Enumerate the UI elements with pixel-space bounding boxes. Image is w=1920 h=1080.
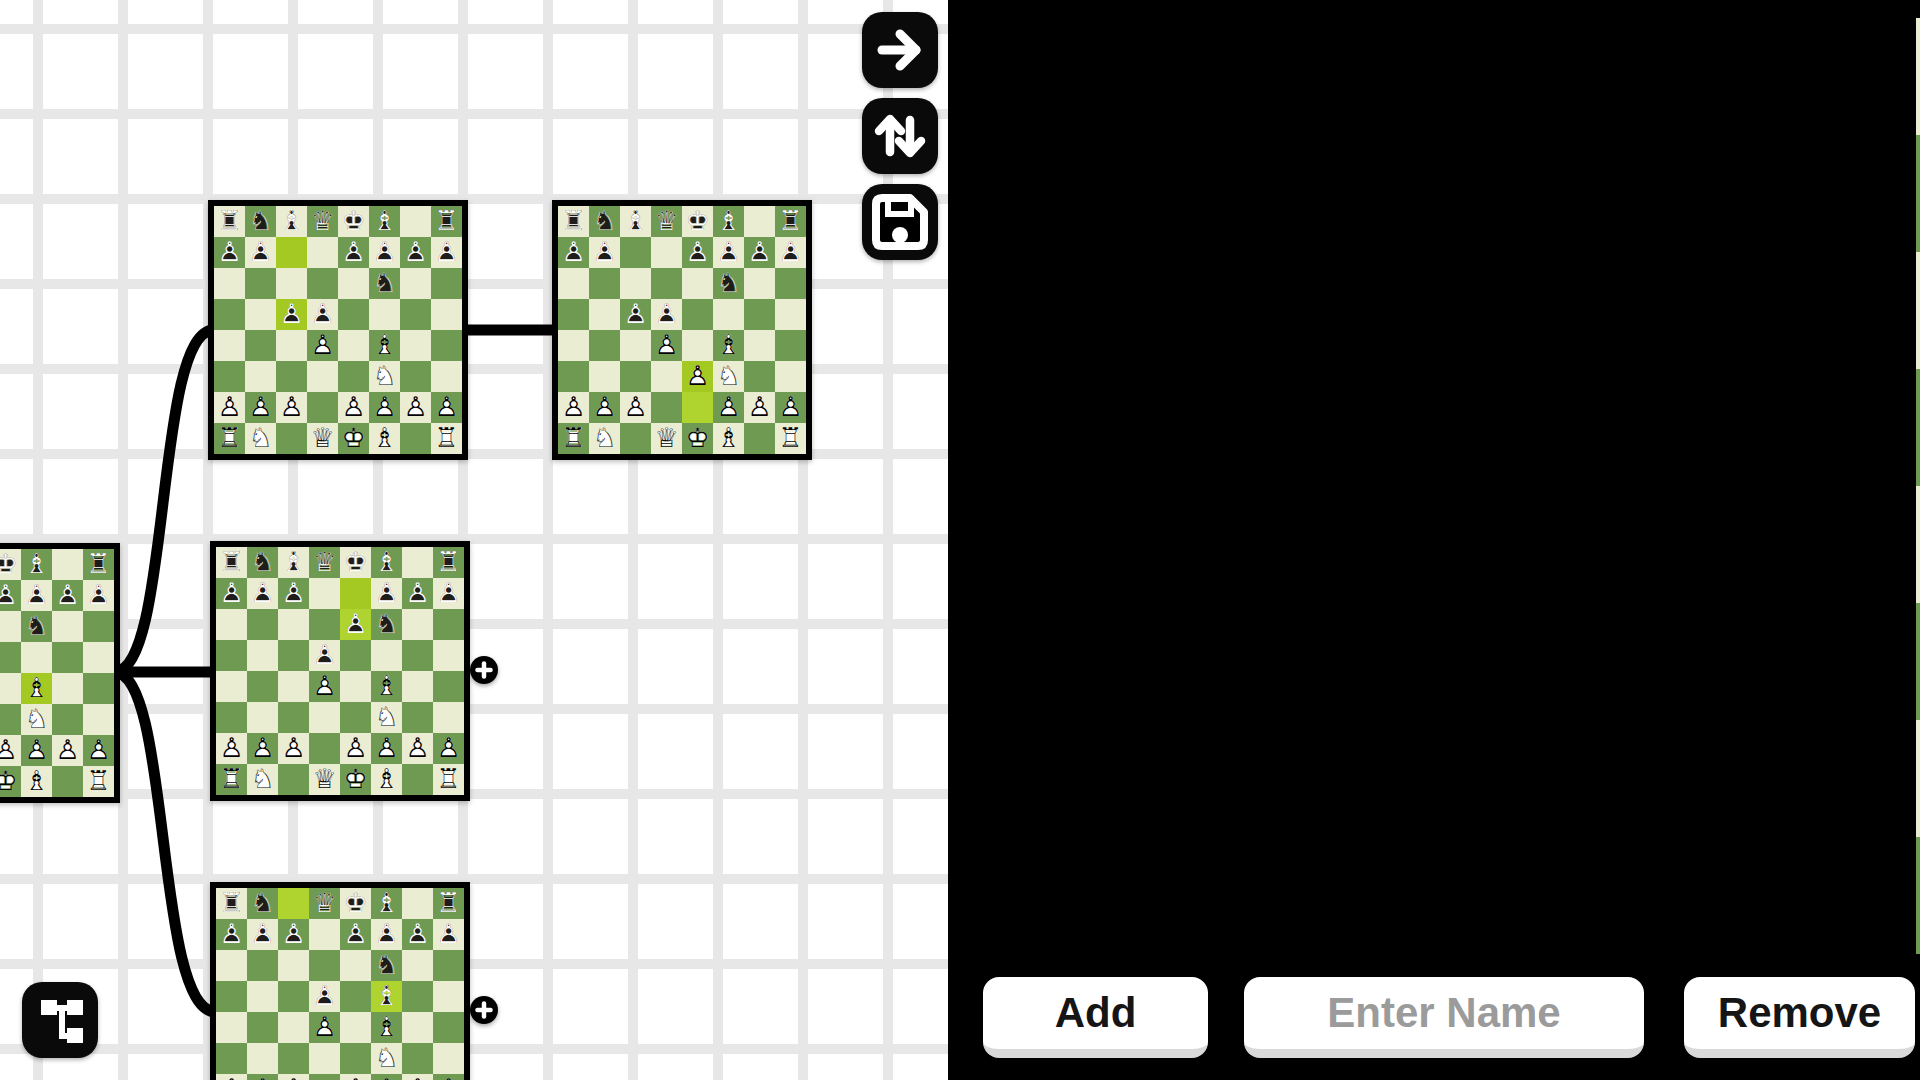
square-e3: ♟♙ (682, 361, 713, 392)
white-pawn-piece: ♟♙ (340, 1074, 371, 1080)
square-a8: ♜♖ (214, 206, 245, 237)
square-d7 (309, 919, 340, 950)
square-d6 (307, 268, 338, 299)
white-queen-piece: ♛♕ (309, 764, 340, 795)
square-d7 (651, 237, 682, 268)
square-f1: ♝♗ (21, 766, 52, 797)
square-a7[interactable]: ♟♙ (1916, 135, 1920, 252)
square-e8: ♚♔ (338, 206, 369, 237)
white-rook-piece: ♜♖ (214, 423, 245, 454)
square-f7: ♟♙ (713, 237, 744, 268)
square-h3 (433, 702, 464, 733)
square-d5: ♟♙ (309, 981, 340, 1012)
square-c3 (620, 361, 651, 392)
square-d8: ♛♕ (651, 206, 682, 237)
square-a4[interactable] (1916, 486, 1920, 603)
board-panel: ♜♖♞♘♝♗♛♕♚♔♝♗♜♖♟♙♟♙♟♙♟♙♟♙♟♙♟♙♞♘♟♙♟♙♝♗♞♘♟♙… (948, 0, 1920, 1080)
square-a5[interactable] (1916, 369, 1920, 486)
square-a4 (216, 671, 247, 702)
tree-node-var-c5-e3[interactable]: ♜♖♞♘♝♗♛♕♚♔♝♗♜♖♟♙♟♙♟♙♟♙♟♙♟♙♞♘♟♙♟♙♟♙♝♗♟♙♞♘… (552, 200, 812, 460)
square-h8: ♜♖ (431, 206, 462, 237)
square-g5 (402, 981, 433, 1012)
black-pawn-piece: ♟♙ (713, 237, 744, 268)
square-b1: ♞♘ (247, 764, 278, 795)
square-f6: ♞♘ (369, 268, 400, 299)
add-variation-button-var-e6[interactable] (470, 656, 498, 684)
square-g1 (400, 423, 431, 454)
black-rook-piece: ♜♖ (558, 206, 589, 237)
square-a8[interactable]: ♜♖ (1916, 18, 1920, 135)
square-h7: ♟♙ (775, 237, 806, 268)
square-e3 (340, 1043, 371, 1074)
square-h6 (775, 268, 806, 299)
white-pawn-piece: ♟♙ (340, 733, 371, 764)
white-pawn-piece: ♟♙ (620, 392, 651, 423)
square-f8: ♝♗ (369, 206, 400, 237)
square-d6 (309, 950, 340, 981)
square-e6 (0, 611, 21, 642)
square-h2: ♟♙ (83, 735, 114, 766)
square-c3 (276, 361, 307, 392)
black-knight-piece: ♞♘ (247, 547, 278, 578)
white-pawn-piece: ♟♙ (651, 330, 682, 361)
black-rook-piece: ♜♖ (214, 206, 245, 237)
white-pawn-piece: ♟♙ (402, 733, 433, 764)
square-h5 (775, 299, 806, 330)
white-pawn-piece: ♟♙ (558, 392, 589, 423)
square-e8: ♚♔ (682, 206, 713, 237)
tree-view-button[interactable] (22, 982, 98, 1058)
square-d6 (309, 609, 340, 640)
black-pawn-piece: ♟♙ (775, 237, 806, 268)
square-c5: ♟♙ (276, 299, 307, 330)
square-c7: ♟♙ (278, 578, 309, 609)
square-b6 (245, 268, 276, 299)
square-b3 (247, 702, 278, 733)
white-pawn-piece: ♟♙ (433, 1074, 464, 1080)
square-b2: ♟♙ (589, 392, 620, 423)
white-knight-piece: ♞♘ (247, 764, 278, 795)
white-pawn-piece: ♟♙ (247, 733, 278, 764)
square-a5 (558, 299, 589, 330)
square-a7: ♟♙ (558, 237, 589, 268)
white-pawn-piece: ♟♙ (682, 361, 713, 392)
black-knight-piece: ♞♘ (247, 888, 278, 919)
white-queen-piece: ♛♕ (651, 423, 682, 454)
square-a6[interactable] (1916, 252, 1920, 369)
square-f3: ♞♘ (369, 361, 400, 392)
square-c2: ♟♙ (278, 733, 309, 764)
tree-node-root[interactable]: ♜♖♞♘♝♗♛♕♚♔♝♗♜♖♟♙♟♙♟♙♟♙♟♙♟♙♟♙♞♘♟♙♟♙♝♗♞♘♟♙… (0, 543, 120, 803)
add-button[interactable]: Add (983, 977, 1208, 1058)
tree-node-var-e6[interactable]: ♜♖♞♘♝♗♛♕♚♔♝♗♜♖♟♙♟♙♟♙♟♙♟♙♟♙♟♙♞♘♟♙♟♙♝♗♞♘♟♙… (210, 541, 470, 801)
white-pawn-piece: ♟♙ (713, 392, 744, 423)
tree-edge-root-var-bf5 (114, 672, 216, 1012)
white-knight-piece: ♞♘ (371, 1043, 402, 1074)
square-f4: ♝♗ (371, 671, 402, 702)
square-c8: ♝♗ (620, 206, 651, 237)
square-f5 (713, 299, 744, 330)
square-g2: ♟♙ (744, 392, 775, 423)
square-d8: ♛♕ (307, 206, 338, 237)
square-e4 (0, 673, 21, 704)
square-e7: ♟♙ (338, 237, 369, 268)
square-b5 (589, 299, 620, 330)
black-pawn-piece: ♟♙ (369, 237, 400, 268)
square-b3 (247, 1043, 278, 1074)
white-king-piece: ♚♔ (0, 766, 21, 797)
square-d5: ♟♙ (651, 299, 682, 330)
black-pawn-piece: ♟♙ (83, 580, 114, 611)
square-g4 (52, 673, 83, 704)
black-queen-piece: ♛♕ (307, 206, 338, 237)
remove-button[interactable]: Remove (1684, 977, 1915, 1058)
white-pawn-piece: ♟♙ (371, 1074, 402, 1080)
black-bishop-piece: ♝♗ (278, 547, 309, 578)
square-a3[interactable] (1916, 603, 1920, 720)
square-e3 (338, 361, 369, 392)
square-f4: ♝♗ (369, 330, 400, 361)
black-pawn-piece: ♟♙ (431, 237, 462, 268)
square-c8: ♝♗ (276, 206, 307, 237)
square-f2: ♟♙ (371, 1074, 402, 1080)
square-h7: ♟♙ (431, 237, 462, 268)
square-f6: ♞♘ (371, 950, 402, 981)
square-a2: ♟♙ (558, 392, 589, 423)
square-g1 (744, 423, 775, 454)
square-g5 (52, 642, 83, 673)
arrows-up-down-icon (862, 98, 938, 174)
square-d2 (309, 1074, 340, 1080)
square-a3 (214, 361, 245, 392)
square-b4 (245, 330, 276, 361)
square-f8: ♝♗ (713, 206, 744, 237)
square-g5 (744, 299, 775, 330)
square-f7: ♟♙ (369, 237, 400, 268)
square-g8 (744, 206, 775, 237)
square-a1: ♜♖ (558, 423, 589, 454)
square-h2: ♟♙ (433, 733, 464, 764)
square-g7: ♟♙ (400, 237, 431, 268)
white-knight-piece: ♞♘ (369, 361, 400, 392)
black-king-piece: ♚♔ (0, 549, 21, 580)
add-variation-button-var-bf5[interactable] (470, 996, 498, 1024)
name-input[interactable] (1244, 977, 1644, 1058)
square-d7 (307, 237, 338, 268)
black-pawn-piece: ♟♙ (278, 578, 309, 609)
square-g2: ♟♙ (52, 735, 83, 766)
square-e7: ♟♙ (0, 580, 21, 611)
square-g3 (52, 704, 83, 735)
square-c5 (278, 640, 309, 671)
swap-orientation-button[interactable] (862, 98, 938, 174)
square-e1: ♚♔ (338, 423, 369, 454)
white-pawn-piece: ♟♙ (216, 1074, 247, 1080)
black-knight-piece: ♞♘ (713, 268, 744, 299)
square-d4: ♟♙ (307, 330, 338, 361)
black-pawn-piece: ♟♙ (0, 580, 21, 611)
square-b7: ♟♙ (589, 237, 620, 268)
square-a6 (558, 268, 589, 299)
white-bishop-piece: ♝♗ (369, 330, 400, 361)
white-rook-piece: ♜♖ (83, 766, 114, 797)
square-e4 (682, 330, 713, 361)
square-c3 (278, 702, 309, 733)
square-a2[interactable]: ♟♙ (1916, 720, 1920, 837)
square-c8 (278, 888, 309, 919)
square-h4 (433, 671, 464, 702)
tree-edge-root-var-c5 (114, 330, 214, 672)
square-g5 (402, 640, 433, 671)
square-e2 (682, 392, 713, 423)
black-pawn-piece: ♟♙ (589, 237, 620, 268)
square-h8: ♜♖ (433, 547, 464, 578)
white-pawn-piece: ♟♙ (369, 392, 400, 423)
square-a2: ♟♙ (216, 733, 247, 764)
square-d1: ♛♕ (651, 423, 682, 454)
square-d5: ♟♙ (309, 640, 340, 671)
white-pawn-piece: ♟♙ (402, 1074, 433, 1080)
square-e8: ♚♔ (340, 547, 371, 578)
white-rook-piece: ♜♖ (1916, 837, 1920, 954)
square-d4: ♟♙ (309, 1012, 340, 1043)
plus-icon (470, 656, 498, 684)
black-pawn-piece: ♟♙ (216, 919, 247, 950)
square-e6 (340, 950, 371, 981)
square-g8 (402, 888, 433, 919)
square-a6 (214, 268, 245, 299)
black-knight-piece: ♞♘ (371, 609, 402, 640)
square-g3 (402, 702, 433, 733)
square-a3 (558, 361, 589, 392)
square-e3 (0, 704, 21, 735)
square-h7: ♟♙ (83, 580, 114, 611)
square-d5: ♟♙ (307, 299, 338, 330)
square-a8: ♜♖ (216, 547, 247, 578)
square-h6 (83, 611, 114, 642)
forward-button[interactable] (862, 12, 938, 88)
square-h6 (433, 609, 464, 640)
app-root: ♜♖♞♘♝♗♛♕♚♔♝♗♜♖♟♙♟♙♟♙♟♙♟♙♟♙♟♙♞♘♟♙♟♙♝♗♞♘♟♙… (0, 0, 1920, 1080)
black-pawn-piece: ♟♙ (338, 237, 369, 268)
square-a5 (216, 981, 247, 1012)
square-c2: ♟♙ (620, 392, 651, 423)
square-e1: ♚♔ (340, 764, 371, 795)
square-f7: ♟♙ (371, 578, 402, 609)
square-b5 (247, 981, 278, 1012)
black-rook-piece: ♜♖ (1916, 18, 1920, 135)
white-king-piece: ♚♔ (682, 423, 713, 454)
square-f1: ♝♗ (369, 423, 400, 454)
square-e8: ♚♔ (0, 549, 21, 580)
black-pawn-piece: ♟♙ (682, 237, 713, 268)
black-pawn-piece: ♟♙ (402, 578, 433, 609)
square-f7: ♟♙ (371, 919, 402, 950)
black-pawn-piece: ♟♙ (1916, 135, 1920, 252)
black-king-piece: ♚♔ (682, 206, 713, 237)
square-c7: ♟♙ (278, 919, 309, 950)
white-bishop-piece: ♝♗ (713, 330, 744, 361)
square-e7 (340, 578, 371, 609)
white-knight-piece: ♞♘ (245, 423, 276, 454)
square-g2: ♟♙ (400, 392, 431, 423)
square-e3 (340, 702, 371, 733)
tree-node-var-bf5[interactable]: ♜♖♞♘♛♕♚♔♝♗♜♖♟♙♟♙♟♙♟♙♟♙♟♙♟♙♞♘♟♙♝♗♟♙♝♗♞♘♟♙… (210, 882, 470, 1080)
square-b7: ♟♙ (247, 919, 278, 950)
white-pawn-piece: ♟♙ (744, 392, 775, 423)
black-pawn-piece: ♟♙ (52, 580, 83, 611)
white-bishop-piece: ♝♗ (369, 423, 400, 454)
square-g4 (744, 330, 775, 361)
square-d2 (307, 392, 338, 423)
floppy-disk-icon (862, 184, 938, 260)
main-board[interactable]: ♜♖♞♘♝♗♛♕♚♔♝♗♜♖♟♙♟♙♟♙♟♙♟♙♟♙♟♙♞♘♟♙♟♙♝♗♞♘♟♙… (1916, 18, 1920, 954)
bottom-bar: Add Remove (948, 954, 1920, 1080)
black-bishop-piece: ♝♗ (21, 549, 52, 580)
square-c5: ♟♙ (620, 299, 651, 330)
white-bishop-piece: ♝♗ (21, 766, 52, 797)
square-d3 (651, 361, 682, 392)
square-a5 (216, 640, 247, 671)
square-c1 (620, 423, 651, 454)
white-pawn-piece: ♟♙ (276, 392, 307, 423)
white-pawn-piece: ♟♙ (278, 1074, 309, 1080)
square-d3 (307, 361, 338, 392)
square-e8: ♚♔ (340, 888, 371, 919)
square-h8: ♜♖ (775, 206, 806, 237)
tree-node-var-c5[interactable]: ♜♖♞♘♝♗♛♕♚♔♝♗♜♖♟♙♟♙♟♙♟♙♟♙♟♙♞♘♟♙♟♙♟♙♝♗♞♘♟♙… (208, 200, 468, 460)
square-e5 (682, 299, 713, 330)
square-g4 (400, 330, 431, 361)
black-rook-piece: ♜♖ (216, 888, 247, 919)
black-knight-piece: ♞♘ (245, 206, 276, 237)
white-pawn-piece: ♟♙ (278, 733, 309, 764)
white-pawn-piece: ♟♙ (307, 330, 338, 361)
square-g1 (52, 766, 83, 797)
square-a3 (216, 702, 247, 733)
square-h1: ♜♖ (433, 764, 464, 795)
black-pawn-piece: ♟♙ (558, 237, 589, 268)
square-h1: ♜♖ (431, 423, 462, 454)
square-e1: ♚♔ (0, 766, 21, 797)
black-knight-piece: ♞♘ (21, 611, 52, 642)
square-d3 (309, 702, 340, 733)
white-pawn-piece: ♟♙ (431, 392, 462, 423)
square-f2: ♟♙ (369, 392, 400, 423)
black-king-piece: ♚♔ (338, 206, 369, 237)
black-pawn-piece: ♟♙ (340, 609, 371, 640)
black-rook-piece: ♜♖ (775, 206, 806, 237)
black-pawn-piece: ♟♙ (309, 981, 340, 1012)
square-h5 (433, 981, 464, 1012)
square-f5: ♝♗ (371, 981, 402, 1012)
square-b1: ♞♘ (589, 423, 620, 454)
white-pawn-piece: ♟♙ (775, 392, 806, 423)
variation-tree-panel: ♜♖♞♘♝♗♛♕♚♔♝♗♜♖♟♙♟♙♟♙♟♙♟♙♟♙♟♙♞♘♟♙♟♙♝♗♞♘♟♙… (0, 0, 948, 1080)
square-h2: ♟♙ (431, 392, 462, 423)
square-a1[interactable]: ♜♖ (1916, 837, 1920, 954)
square-b2: ♟♙ (247, 1074, 278, 1080)
black-pawn-piece: ♟♙ (247, 919, 278, 950)
square-g7: ♟♙ (402, 919, 433, 950)
square-a8: ♜♖ (216, 888, 247, 919)
black-knight-piece: ♞♘ (369, 268, 400, 299)
square-f1: ♝♗ (371, 764, 402, 795)
square-g7: ♟♙ (402, 578, 433, 609)
square-h5 (83, 642, 114, 673)
square-c4 (620, 330, 651, 361)
black-pawn-piece: ♟♙ (433, 578, 464, 609)
square-f4: ♝♗ (713, 330, 744, 361)
black-queen-piece: ♛♕ (651, 206, 682, 237)
black-queen-piece: ♛♕ (309, 888, 340, 919)
square-d6 (651, 268, 682, 299)
square-b6 (247, 950, 278, 981)
white-pawn-piece: ♟♙ (216, 733, 247, 764)
white-pawn-piece: ♟♙ (371, 733, 402, 764)
square-h5 (431, 299, 462, 330)
white-pawn-piece: ♟♙ (589, 392, 620, 423)
square-g8 (52, 549, 83, 580)
square-e2: ♟♙ (340, 733, 371, 764)
square-f5 (21, 642, 52, 673)
square-f5 (371, 640, 402, 671)
white-rook-piece: ♜♖ (431, 423, 462, 454)
square-b7: ♟♙ (245, 237, 276, 268)
square-g7: ♟♙ (744, 237, 775, 268)
square-b1: ♞♘ (245, 423, 276, 454)
square-h6 (433, 950, 464, 981)
save-button[interactable] (862, 184, 938, 260)
square-a1: ♜♖ (214, 423, 245, 454)
white-rook-piece: ♜♖ (558, 423, 589, 454)
square-a4 (558, 330, 589, 361)
white-king-piece: ♚♔ (340, 764, 371, 795)
white-bishop-piece: ♝♗ (713, 423, 744, 454)
square-b4 (247, 1012, 278, 1043)
square-e5 (340, 640, 371, 671)
square-a4 (214, 330, 245, 361)
square-e6 (682, 268, 713, 299)
black-rook-piece: ♜♖ (433, 888, 464, 919)
square-g2: ♟♙ (402, 733, 433, 764)
black-pawn-piece: ♟♙ (245, 237, 276, 268)
white-rook-piece: ♜♖ (775, 423, 806, 454)
black-pawn-piece: ♟♙ (276, 299, 307, 330)
plus-icon (470, 996, 498, 1024)
white-bishop-piece: ♝♗ (21, 673, 52, 704)
white-knight-piece: ♞♘ (589, 423, 620, 454)
square-f8: ♝♗ (371, 547, 402, 578)
white-bishop-piece: ♝♗ (371, 1012, 402, 1043)
black-pawn-piece: ♟♙ (371, 578, 402, 609)
square-h3 (433, 1043, 464, 1074)
black-bishop-piece: ♝♗ (276, 206, 307, 237)
square-e6 (338, 268, 369, 299)
square-e5 (340, 981, 371, 1012)
arrow-right-icon (862, 12, 938, 88)
square-c1 (278, 764, 309, 795)
square-b5 (247, 640, 278, 671)
square-d1: ♛♕ (309, 764, 340, 795)
square-b6 (589, 268, 620, 299)
square-a2: ♟♙ (216, 1074, 247, 1080)
black-pawn-piece: ♟♙ (651, 299, 682, 330)
square-h3 (431, 361, 462, 392)
square-a7: ♟♙ (214, 237, 245, 268)
white-pawn-piece: ♟♙ (338, 392, 369, 423)
square-g1 (402, 764, 433, 795)
